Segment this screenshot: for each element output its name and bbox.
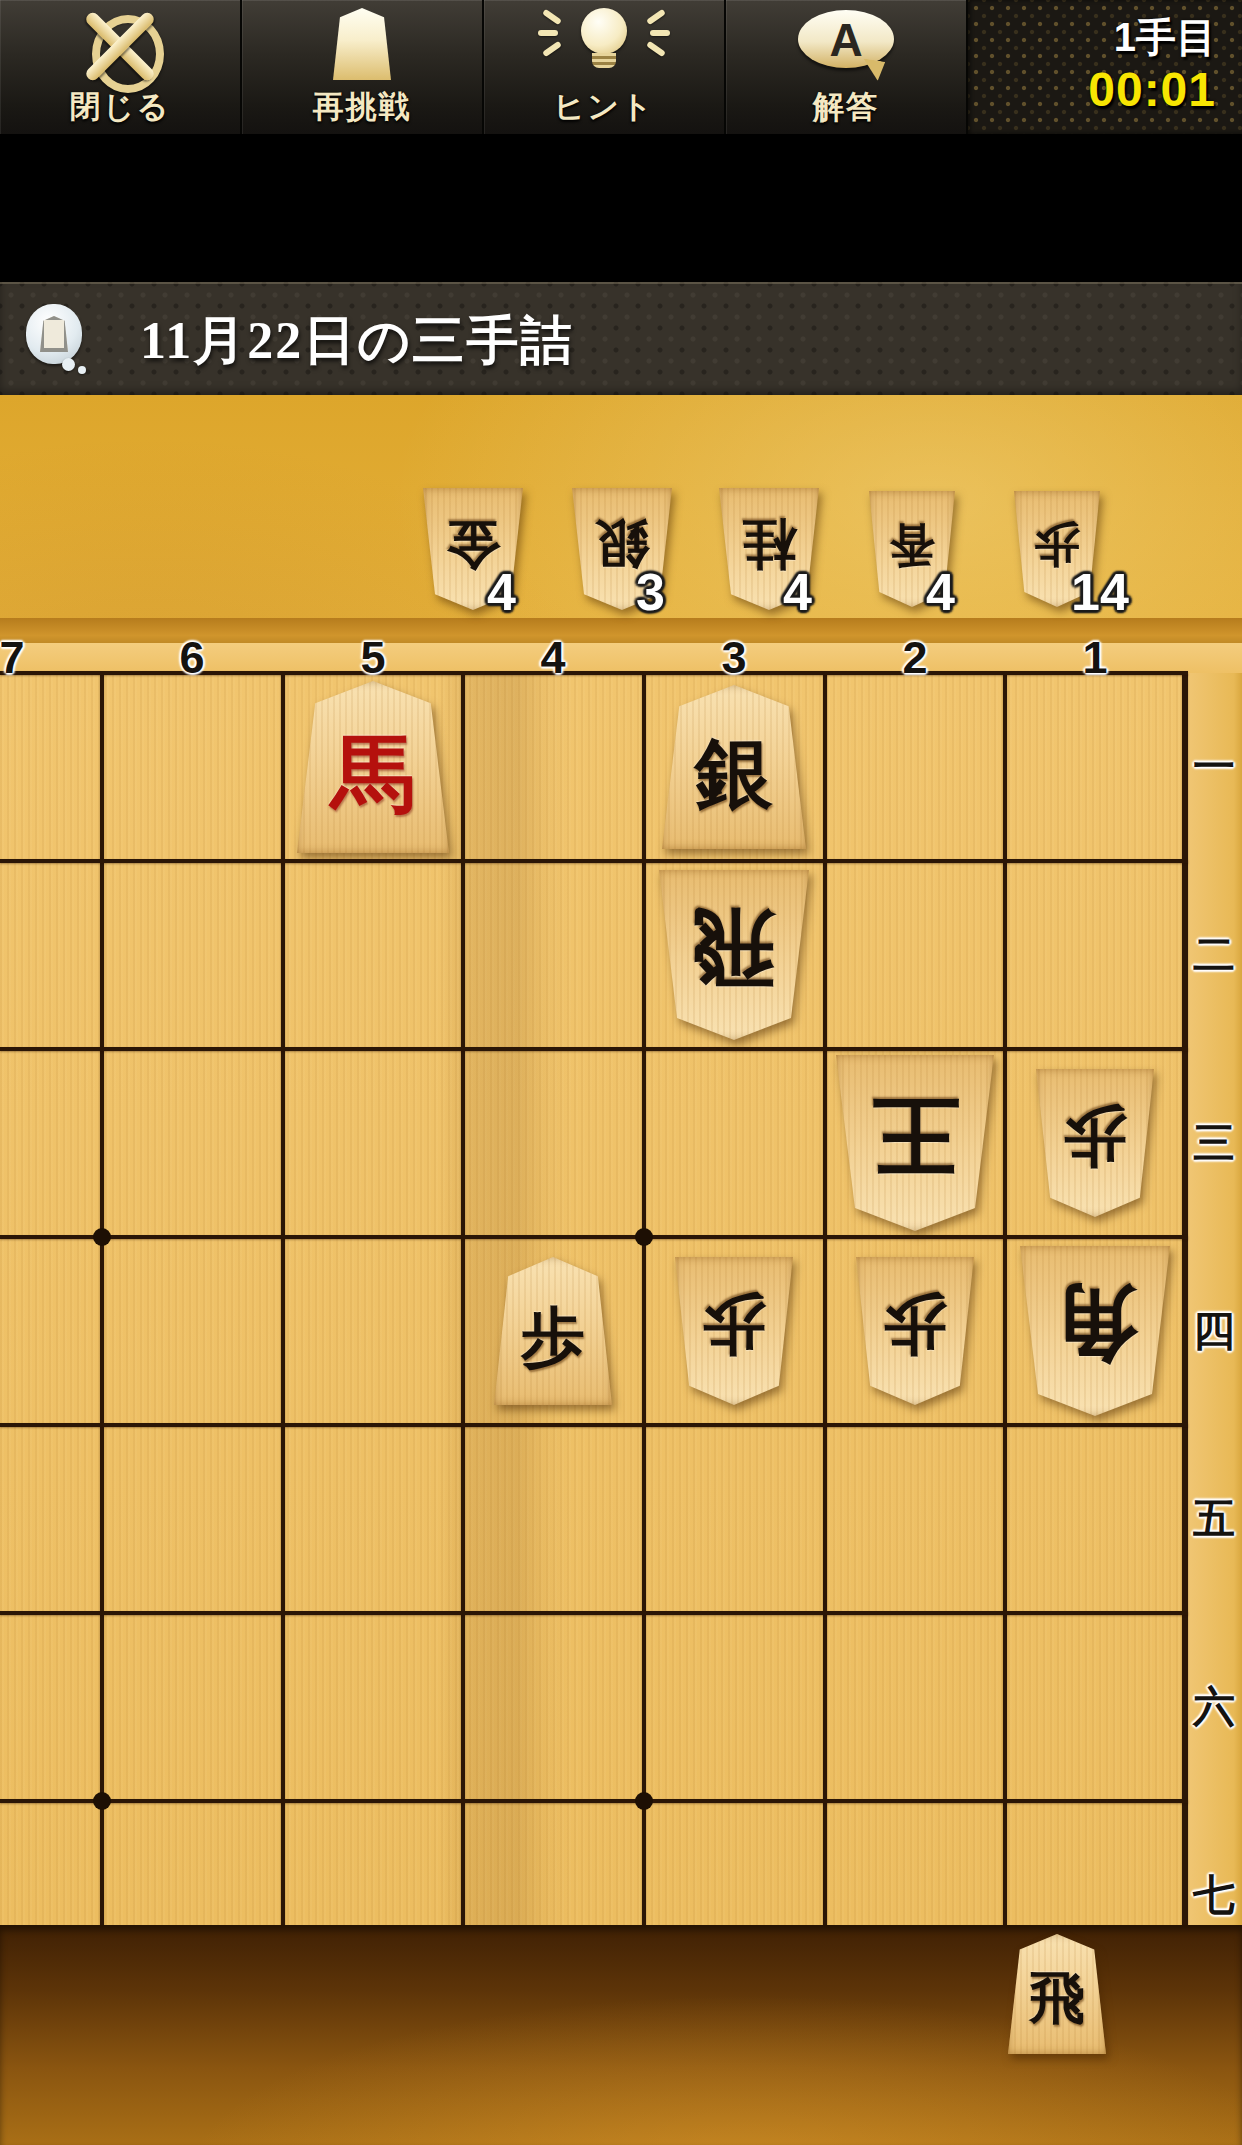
gote-hand-count-3: 4 — [926, 566, 955, 618]
grid-horizontal-line — [0, 1799, 1188, 1803]
grid-horizontal-line — [0, 1235, 1188, 1239]
board-piece-1-4[interactable]: 角 — [1020, 1246, 1170, 1416]
board-piece-3-4[interactable]: 歩 — [675, 1257, 793, 1405]
file-label-7: 7 — [0, 632, 25, 684]
piece-kanji: 銀 — [662, 685, 806, 849]
hint-button-label: ヒント — [484, 86, 724, 128]
status-panel: 1手目 00:01 — [968, 0, 1242, 134]
gote-hand-count-0: 4 — [487, 566, 516, 618]
piece-kanji: 飛 — [1008, 1934, 1106, 2054]
grid-horizontal-line — [0, 1423, 1188, 1427]
piece-kanji: 歩 — [1036, 1069, 1154, 1217]
gote-hand-count-2: 4 — [783, 566, 812, 618]
retry-button[interactable]: 再挑戦 — [242, 0, 484, 134]
rank-label-4: 四 — [1193, 1303, 1235, 1359]
rank-coordinate-band — [1187, 673, 1242, 1925]
piece-kanji: 馬 — [297, 681, 449, 853]
piece-kanji: 王 — [836, 1055, 994, 1231]
spacer-black — [0, 140, 1242, 282]
rank-label-2: 二 — [1193, 927, 1235, 983]
hint-button[interactable]: ヒント — [484, 0, 726, 134]
file-label-1: 1 — [1082, 632, 1107, 684]
close-button[interactable]: 閉じる — [0, 0, 242, 134]
answer-button[interactable]: A解答 — [726, 0, 968, 134]
hoshi-star-point — [93, 1792, 111, 1810]
piece-body: 馬 — [297, 681, 449, 853]
board-piece-2-3[interactable]: 王 — [836, 1055, 994, 1231]
sente-hand-piece-rook[interactable]: 飛 — [1008, 1934, 1106, 2054]
piece-kanji: 歩 — [494, 1257, 612, 1405]
close-circle-x-icon — [0, 0, 240, 90]
hoshi-star-point — [635, 1792, 653, 1810]
rank-label-7: 七 — [1193, 1867, 1235, 1923]
toolbar: 閉じる再挑戦ヒントA解答 1手目 00:01 — [0, 0, 1242, 140]
board-piece-3-1[interactable]: 銀 — [662, 685, 806, 849]
board-piece-4-4[interactable]: 歩 — [494, 1257, 612, 1405]
board-piece-3-2[interactable]: 飛 — [659, 870, 809, 1040]
file-label-5: 5 — [360, 632, 385, 684]
hoshi-star-point — [635, 1228, 653, 1246]
file-label-3: 3 — [721, 632, 746, 684]
board-piece-1-3[interactable]: 歩 — [1036, 1069, 1154, 1217]
retry-button-label: 再挑戦 — [242, 86, 482, 128]
piece-body: 銀 — [662, 685, 806, 849]
gote-hand-count-4: 14 — [1071, 566, 1129, 618]
shogi-piece-icon — [242, 0, 482, 90]
piece-body: 歩 — [1036, 1069, 1154, 1217]
rank-label-6: 六 — [1193, 1679, 1235, 1735]
rank-label-5: 五 — [1193, 1491, 1235, 1547]
grid-horizontal-line — [0, 1047, 1188, 1051]
speech-bubble-a-icon: A — [726, 0, 966, 90]
board-piece-5-1[interactable]: 馬 — [297, 681, 449, 853]
piece-body: 王 — [836, 1055, 994, 1231]
answer-button-label: 解答 — [726, 86, 966, 128]
rank-label-1: 一 — [1193, 739, 1235, 795]
board-stage: 金4銀3桂4香4歩14 7654321一二三四五六七 馬銀飛王歩歩歩歩角 飛 — [0, 395, 1242, 2145]
piece-kanji: 歩 — [856, 1257, 974, 1405]
piece-kanji: 角 — [1020, 1246, 1170, 1416]
piece-kanji: 歩 — [675, 1257, 793, 1405]
file-label-6: 6 — [179, 632, 204, 684]
lightbulb-icon — [484, 0, 724, 90]
toolbar-buttons: 閉じる再挑戦ヒントA解答 — [0, 0, 968, 140]
grid-horizontal-line — [0, 1611, 1188, 1615]
piece-body: 飛 — [659, 870, 809, 1040]
piece-body: 角 — [1020, 1246, 1170, 1416]
file-label-2: 2 — [902, 632, 927, 684]
piece-body: 飛 — [1008, 1934, 1106, 2054]
piece-kanji: 飛 — [659, 870, 809, 1040]
puzzle-title: 11月22日の三手詰 — [140, 306, 574, 376]
close-button-label: 閉じる — [0, 86, 240, 128]
move-counter: 1手目 — [1114, 10, 1216, 65]
piece-body: 歩 — [494, 1257, 612, 1405]
piece-body: 歩 — [856, 1257, 974, 1405]
app-screen: 閉じる再挑戦ヒントA解答 1手目 00:01 11月22日の三手詰 金4銀3桂4… — [0, 0, 1242, 2145]
gote-hand-count-1: 3 — [636, 566, 665, 618]
piece-body: 歩 — [675, 1257, 793, 1405]
puzzle-banner: 11月22日の三手詰 — [0, 282, 1242, 397]
timer: 00:01 — [1088, 62, 1216, 117]
file-label-4: 4 — [540, 632, 565, 684]
answer-a-letter: A — [798, 13, 894, 67]
rank-label-3: 三 — [1193, 1115, 1235, 1171]
board-piece-2-4[interactable]: 歩 — [856, 1257, 974, 1405]
hoshi-star-point — [93, 1228, 111, 1246]
grid-horizontal-line — [0, 671, 1188, 675]
thought-bubble-piece-icon — [26, 304, 88, 376]
grid-horizontal-line — [0, 859, 1188, 863]
